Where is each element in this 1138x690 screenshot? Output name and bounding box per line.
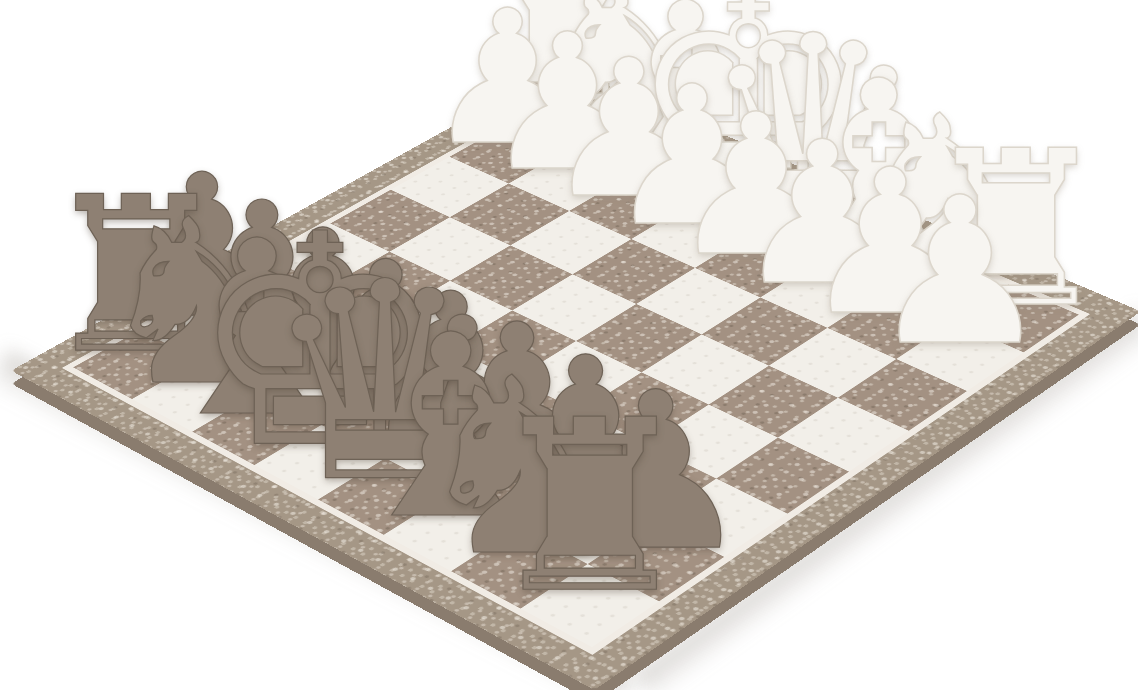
product-photo-scene: ♜♞♟♝♟♚♟♛♟♝♟♞♟♜♟♟♟♟♜♟♞♟♝♟♚♟♛♟♝♟♞♜ bbox=[0, 0, 1138, 690]
piece-grey-rook-a8[interactable]: ♜ bbox=[484, 389, 696, 626]
pieces-layer: ♜♞♟♝♟♚♟♛♟♝♟♞♟♜♟♟♟♟♜♟♞♟♝♟♚♟♛♟♝♟♞♜ bbox=[0, 0, 1138, 690]
piece-white-pawn-a2[interactable]: ♟ bbox=[869, 171, 1051, 374]
